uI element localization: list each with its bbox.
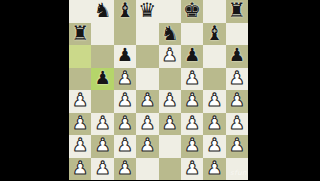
piece-white-pawn: ♟ — [162, 114, 178, 132]
square-d7[interactable] — [136, 23, 158, 46]
video-frame: ♞♝♛♚♜♜♞♝♟♟♟♟♟♟♟♟♟♟♟♟♟♟♟♟♟♟♟♟♟♟♟♟♟♟♟♟♟♟♟♟… — [0, 0, 320, 180]
square-e2[interactable] — [159, 135, 181, 158]
square-h2[interactable]: ♟ — [226, 135, 248, 158]
piece-white-pawn: ♟ — [229, 136, 245, 154]
piece-black-bishop: ♝ — [116, 0, 134, 20]
square-h8[interactable]: ♜ — [226, 0, 248, 23]
letterbox-left — [0, 0, 69, 180]
piece-white-pawn: ♟ — [229, 91, 245, 109]
square-g6[interactable] — [203, 45, 225, 68]
letterbox-right — [248, 0, 320, 180]
square-g7[interactable]: ♝ — [203, 23, 225, 46]
square-b7[interactable] — [91, 23, 113, 46]
piece-white-pawn: ♟ — [206, 159, 222, 177]
piece-white-pawn: ♟ — [206, 136, 222, 154]
piece-white-pawn: ♟ — [72, 114, 88, 132]
piece-black-bishop: ♝ — [205, 23, 223, 43]
piece-black-queen: ♛ — [138, 0, 156, 20]
square-b4[interactable] — [91, 90, 113, 113]
square-e5[interactable] — [159, 68, 181, 91]
square-a3[interactable]: ♟ — [69, 113, 91, 136]
piece-white-pawn: ♟ — [184, 114, 200, 132]
square-c7[interactable] — [114, 23, 136, 46]
square-b5[interactable]: ♟ — [91, 68, 113, 91]
square-b6[interactable] — [91, 45, 113, 68]
square-d6[interactable] — [136, 45, 158, 68]
piece-white-pawn: ♟ — [94, 159, 110, 177]
piece-white-pawn: ♟ — [72, 91, 88, 109]
square-h3[interactable]: ♟ — [226, 113, 248, 136]
square-h6[interactable]: ♟ — [226, 45, 248, 68]
square-e8[interactable] — [159, 0, 181, 23]
piece-black-king: ♚ — [183, 0, 201, 20]
piece-black-pawn: ♟ — [117, 46, 133, 64]
piece-white-pawn: ♟ — [139, 114, 155, 132]
square-c4[interactable]: ♟ — [114, 90, 136, 113]
piece-black-pawn: ♟ — [184, 46, 200, 64]
piece-white-pawn: ♟ — [117, 159, 133, 177]
square-b2[interactable]: ♟ — [91, 135, 113, 158]
piece-white-pawn: ♟ — [184, 136, 200, 154]
piece-white-pawn: ♟ — [184, 69, 200, 87]
square-h4[interactable]: ♟ — [226, 90, 248, 113]
square-b3[interactable]: ♟ — [91, 113, 113, 136]
piece-white-pawn: ♟ — [94, 114, 110, 132]
square-f7[interactable] — [181, 23, 203, 46]
piece-white-pawn: ♟ — [94, 136, 110, 154]
square-f1[interactable]: ♟ — [181, 158, 203, 181]
piece-white-pawn: ♟ — [117, 91, 133, 109]
square-a1[interactable]: ♟ — [69, 158, 91, 181]
square-g3[interactable]: ♟ — [203, 113, 225, 136]
square-c1[interactable]: ♟ — [114, 158, 136, 181]
square-a5[interactable] — [69, 68, 91, 91]
square-d2[interactable]: ♟ — [136, 135, 158, 158]
square-c5[interactable]: ♟ — [114, 68, 136, 91]
piece-black-rook: ♜ — [228, 0, 246, 20]
square-g5[interactable] — [203, 68, 225, 91]
square-c3[interactable]: ♟ — [114, 113, 136, 136]
piece-white-pawn: ♟ — [206, 114, 222, 132]
piece-black-pawn: ♟ — [94, 69, 110, 87]
square-a8[interactable] — [69, 0, 91, 23]
square-h5[interactable]: ♟ — [226, 68, 248, 91]
square-a6[interactable] — [69, 45, 91, 68]
square-d4[interactable]: ♟ — [136, 90, 158, 113]
square-f3[interactable]: ♟ — [181, 113, 203, 136]
square-d5[interactable] — [136, 68, 158, 91]
piece-white-pawn: ♟ — [162, 91, 178, 109]
square-b1[interactable]: ♟ — [91, 158, 113, 181]
square-f5[interactable]: ♟ — [181, 68, 203, 91]
piece-white-pawn: ♟ — [184, 91, 200, 109]
piece-white-pawn: ♟ — [184, 159, 200, 177]
square-e6[interactable]: ♟ — [159, 45, 181, 68]
square-d1[interactable] — [136, 158, 158, 181]
square-g1[interactable]: ♟ — [203, 158, 225, 181]
square-f4[interactable]: ♟ — [181, 90, 203, 113]
square-g8[interactable] — [203, 0, 225, 23]
square-a7[interactable]: ♜ — [69, 23, 91, 46]
square-d3[interactable]: ♟ — [136, 113, 158, 136]
square-d8[interactable]: ♛ — [136, 0, 158, 23]
square-a2[interactable]: ♟ — [69, 135, 91, 158]
square-e4[interactable]: ♟ — [159, 90, 181, 113]
square-c6[interactable]: ♟ — [114, 45, 136, 68]
square-c2[interactable]: ♟ — [114, 135, 136, 158]
square-f6[interactable]: ♟ — [181, 45, 203, 68]
square-e3[interactable]: ♟ — [159, 113, 181, 136]
chess-board: ♞♝♛♚♜♜♞♝♟♟♟♟♟♟♟♟♟♟♟♟♟♟♟♟♟♟♟♟♟♟♟♟♟♟♟♟♟♟♟♟… — [69, 0, 248, 180]
piece-white-pawn: ♟ — [117, 69, 133, 87]
piece-white-pawn: ♟ — [72, 136, 88, 154]
square-f8[interactable]: ♚ — [181, 0, 203, 23]
piece-white-pawn: ♟ — [117, 136, 133, 154]
piece-white-pawn: ♟ — [72, 159, 88, 177]
piece-black-rook: ♜ — [71, 23, 89, 43]
square-a4[interactable]: ♟ — [69, 90, 91, 113]
square-g2[interactable]: ♟ — [203, 135, 225, 158]
square-h1[interactable] — [226, 158, 248, 181]
piece-black-knight: ♞ — [94, 0, 112, 20]
square-g4[interactable]: ♟ — [203, 90, 225, 113]
piece-white-pawn: ♟ — [162, 46, 178, 64]
piece-white-pawn: ♟ — [139, 91, 155, 109]
piece-white-pawn: ♟ — [206, 91, 222, 109]
square-f2[interactable]: ♟ — [181, 135, 203, 158]
piece-black-pawn: ♟ — [229, 46, 245, 64]
square-e7[interactable]: ♞ — [159, 23, 181, 46]
piece-white-pawn: ♟ — [229, 114, 245, 132]
square-e1[interactable] — [159, 158, 181, 181]
square-b8[interactable]: ♞ — [91, 0, 113, 23]
piece-white-pawn: ♟ — [229, 69, 245, 87]
square-h7[interactable] — [226, 23, 248, 46]
square-c8[interactable]: ♝ — [114, 0, 136, 23]
piece-black-knight: ♞ — [161, 23, 179, 43]
piece-white-pawn: ♟ — [117, 114, 133, 132]
piece-white-pawn: ♟ — [139, 136, 155, 154]
